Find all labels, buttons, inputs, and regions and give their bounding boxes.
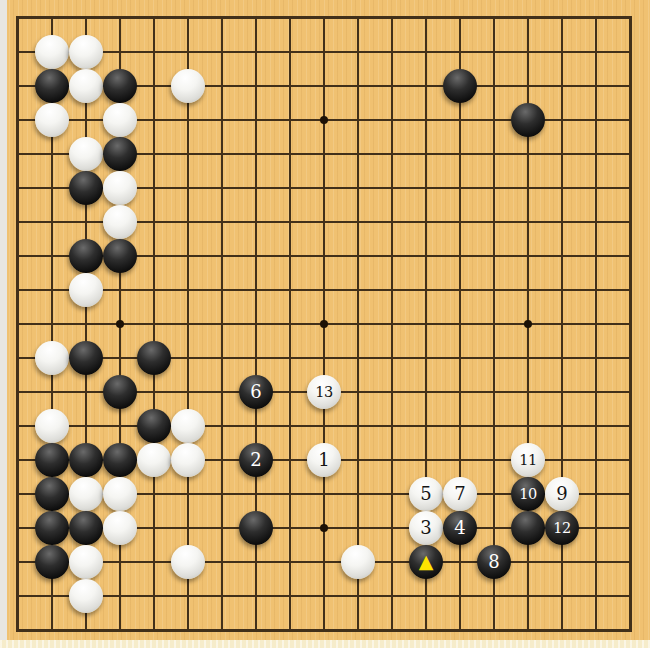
move-number-label: 13 — [315, 385, 332, 400]
go-stone-black — [69, 443, 103, 477]
go-stone-white — [137, 443, 171, 477]
go-stone-black — [443, 69, 477, 103]
go-stone-black — [35, 443, 69, 477]
go-stone-white — [69, 579, 103, 613]
move-number-label: 12 — [553, 521, 570, 536]
move-number-label: 9 — [556, 485, 567, 503]
go-stone-white — [69, 69, 103, 103]
go-stone-black — [103, 239, 137, 273]
go-stone-white — [69, 137, 103, 171]
go-stone-black: 4 — [443, 511, 477, 545]
go-stone-white — [103, 171, 137, 205]
go-stone-white — [171, 69, 205, 103]
go-stone-black — [35, 511, 69, 545]
go-stone-black — [69, 171, 103, 205]
board-left-edge-strip — [0, 0, 7, 648]
go-stone-white: 3 — [409, 511, 443, 545]
go-stone-white — [103, 205, 137, 239]
go-stone-white — [35, 409, 69, 443]
move-number-label: 2 — [250, 451, 261, 469]
go-stone-white — [171, 409, 205, 443]
go-stone-black — [103, 69, 137, 103]
go-stone-black — [103, 137, 137, 171]
go-stone-black: 6 — [239, 375, 273, 409]
go-stone-black — [511, 511, 545, 545]
go-stone-white — [103, 511, 137, 545]
move-number-label: 6 — [250, 383, 261, 401]
move-number-label: 8 — [488, 553, 499, 571]
go-stone-white — [103, 103, 137, 137]
move-number-label: 3 — [420, 519, 431, 537]
go-stone-white — [171, 443, 205, 477]
move-number-label: 4 — [454, 519, 465, 537]
go-stone-black — [239, 511, 273, 545]
go-stone-black — [137, 341, 171, 375]
go-stone-black — [35, 69, 69, 103]
go-stone-black: 8 — [477, 545, 511, 579]
board-bottom-edge-strip — [0, 640, 650, 648]
star-point — [320, 320, 328, 328]
go-stone-black — [69, 511, 103, 545]
move-number-label: 11 — [519, 453, 536, 468]
star-point — [524, 320, 532, 328]
triangle-marker-icon: ▲ — [419, 552, 434, 571]
go-stone-black — [35, 477, 69, 511]
go-stone-white: 9 — [545, 477, 579, 511]
go-stone-black: 2 — [239, 443, 273, 477]
star-point — [320, 524, 328, 532]
go-stone-white: 7 — [443, 477, 477, 511]
go-stone-black: ▲ — [409, 545, 443, 579]
move-number-label: 5 — [420, 485, 431, 503]
go-stone-black — [69, 341, 103, 375]
go-stone-white — [35, 35, 69, 69]
go-stone-black — [103, 443, 137, 477]
go-stone-white: 11 — [511, 443, 545, 477]
go-stone-white: 5 — [409, 477, 443, 511]
go-stone-white — [103, 477, 137, 511]
go-stone-white — [69, 477, 103, 511]
go-stone-white — [35, 341, 69, 375]
go-stone-white: 1 — [307, 443, 341, 477]
go-stone-black: 10 — [511, 477, 545, 511]
go-stone-white — [69, 545, 103, 579]
go-stone-black — [69, 239, 103, 273]
go-stone-black — [103, 375, 137, 409]
go-stone-white — [341, 545, 375, 579]
star-point — [320, 116, 328, 124]
star-point — [116, 320, 124, 328]
move-number-label: 7 — [454, 485, 465, 503]
go-stone-black — [137, 409, 171, 443]
go-stone-black: 12 — [545, 511, 579, 545]
go-stone-white — [69, 35, 103, 69]
go-stone-white — [171, 545, 205, 579]
go-board-frame: 6132111571093412▲8 — [0, 0, 650, 648]
move-number-label: 10 — [519, 487, 536, 502]
go-stone-white: 13 — [307, 375, 341, 409]
move-number-label: 1 — [318, 451, 329, 469]
go-stone-white — [35, 103, 69, 137]
go-stone-white — [69, 273, 103, 307]
go-stone-black — [35, 545, 69, 579]
go-stone-black — [511, 103, 545, 137]
